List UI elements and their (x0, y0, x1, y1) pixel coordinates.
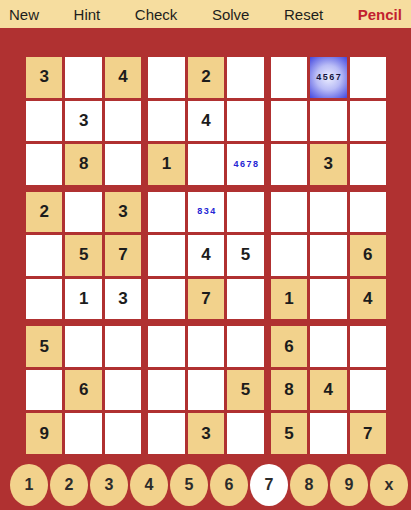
cell-r4c3[interactable] (148, 235, 184, 276)
cell-r8c2[interactable] (105, 413, 141, 454)
cell-r2c0[interactable] (26, 144, 62, 185)
cell-r1c5[interactable] (227, 101, 263, 142)
pencil-marks: 834 (197, 207, 217, 216)
cell-value: 5 (39, 337, 48, 357)
cell-r2c2[interactable] (105, 144, 141, 185)
cell-r0c8[interactable] (350, 57, 386, 98)
cell-r7c3[interactable] (148, 370, 184, 411)
menu-item-check[interactable]: Check (135, 6, 178, 23)
cell-value: 2 (201, 67, 210, 87)
erase-button[interactable]: x (370, 464, 408, 506)
cell-r6c3[interactable] (148, 326, 184, 367)
cell-r5c5[interactable] (227, 279, 263, 320)
cell-r1c2[interactable] (105, 101, 141, 142)
cell-value: 4 (201, 245, 210, 265)
cell-r3c2[interactable]: 3 (105, 192, 141, 233)
cell-r8c7[interactable] (310, 413, 346, 454)
cell-value: 3 (118, 202, 127, 222)
menu-bar: New Hint Check Solve Reset Pencil (0, 0, 411, 28)
cell-r3c5[interactable] (227, 192, 263, 233)
cell-r3c3[interactable] (148, 192, 184, 233)
menu-item-new[interactable]: New (9, 6, 39, 23)
cell-r4c4[interactable]: 4 (188, 235, 224, 276)
cell-value: 4 (363, 289, 372, 309)
number-button-2[interactable]: 2 (50, 464, 88, 506)
cell-r1c8[interactable] (350, 101, 386, 142)
cell-value: 3 (324, 154, 333, 174)
box-8: 68457 (271, 326, 386, 454)
cell-value: 6 (284, 337, 293, 357)
cell-r6c5[interactable] (227, 326, 263, 367)
cell-value: 7 (118, 245, 127, 265)
cell-r8c3[interactable] (148, 413, 184, 454)
cell-r6c0[interactable]: 5 (26, 326, 62, 367)
cell-r8c4[interactable]: 3 (188, 413, 224, 454)
box-2: 45673 (271, 57, 386, 185)
cell-r5c0[interactable] (26, 279, 62, 320)
cell-r2c1[interactable]: 8 (65, 144, 101, 185)
cell-r5c4[interactable]: 7 (188, 279, 224, 320)
cell-value: 5 (241, 380, 250, 400)
cell-r7c6[interactable]: 8 (271, 370, 307, 411)
cell-r4c7[interactable] (310, 235, 346, 276)
cell-value: 7 (201, 289, 210, 309)
cell-value: 4 (201, 111, 210, 131)
cell-value: 5 (241, 245, 250, 265)
cell-r1c1[interactable]: 3 (65, 101, 101, 142)
cell-value: 6 (363, 245, 372, 265)
cell-r4c0[interactable] (26, 235, 62, 276)
cell-r8c8[interactable]: 7 (350, 413, 386, 454)
cell-r3c4[interactable]: 834 (188, 192, 224, 233)
cell-value: 9 (39, 424, 48, 444)
menu-item-hint[interactable]: Hint (74, 6, 101, 23)
cell-r7c0[interactable] (26, 370, 62, 411)
cell-r8c0[interactable]: 9 (26, 413, 62, 454)
cell-r6c2[interactable] (105, 326, 141, 367)
menu-item-reset[interactable]: Reset (284, 6, 323, 23)
cell-r7c5[interactable]: 5 (227, 370, 263, 411)
number-button-4[interactable]: 4 (130, 464, 168, 506)
number-button-8[interactable]: 8 (290, 464, 328, 506)
cell-r0c4[interactable]: 2 (188, 57, 224, 98)
cell-r4c5[interactable]: 5 (227, 235, 263, 276)
cell-r6c4[interactable] (188, 326, 224, 367)
cell-r0c5[interactable] (227, 57, 263, 98)
cell-r4c8[interactable]: 6 (350, 235, 386, 276)
cell-r1c6[interactable] (271, 101, 307, 142)
number-button-3[interactable]: 3 (90, 464, 128, 506)
cell-r6c6[interactable]: 6 (271, 326, 307, 367)
cell-r1c0[interactable] (26, 101, 62, 142)
box-6: 569 (26, 326, 141, 454)
cell-r2c4[interactable] (188, 144, 224, 185)
cell-r4c2[interactable]: 7 (105, 235, 141, 276)
cell-value: 7 (363, 424, 372, 444)
number-button-1[interactable]: 1 (10, 464, 48, 506)
cell-r0c3[interactable] (148, 57, 184, 98)
cell-value: 3 (79, 111, 88, 131)
cell-r2c5[interactable]: 4678 (227, 144, 263, 185)
menu-item-solve[interactable]: Solve (212, 6, 250, 23)
box-7: 53 (148, 326, 263, 454)
cell-r2c7[interactable]: 3 (310, 144, 346, 185)
cell-r1c3[interactable] (148, 101, 184, 142)
cell-value: 3 (39, 67, 48, 87)
cell-r4c1[interactable]: 5 (65, 235, 101, 276)
box-0: 3438 (26, 57, 141, 185)
number-button-6[interactable]: 6 (210, 464, 248, 506)
menu-item-pencil[interactable]: Pencil (358, 6, 402, 23)
pencil-marks: 4567 (316, 73, 342, 82)
cell-r2c3[interactable]: 1 (148, 144, 184, 185)
cell-value: 4 (118, 67, 127, 87)
sudoku-board: 3438241467845673235713834457614569536845… (26, 57, 386, 454)
cell-r0c0[interactable]: 3 (26, 57, 62, 98)
cell-r4c6[interactable] (271, 235, 307, 276)
cell-r3c6[interactable] (271, 192, 307, 233)
cell-r7c7[interactable]: 4 (310, 370, 346, 411)
cell-r1c7[interactable] (310, 101, 346, 142)
number-pad: 123456789x (10, 464, 411, 506)
cell-value: 8 (284, 380, 293, 400)
cell-r5c1[interactable]: 1 (65, 279, 101, 320)
cell-value: 8 (79, 154, 88, 174)
box-4: 834457 (148, 192, 263, 320)
cell-r5c7[interactable] (310, 279, 346, 320)
number-button-5[interactable]: 5 (170, 464, 208, 506)
cell-value: 1 (79, 289, 88, 309)
cell-r5c3[interactable] (148, 279, 184, 320)
cell-r1c4[interactable]: 4 (188, 101, 224, 142)
box-1: 2414678 (148, 57, 263, 185)
number-button-9[interactable]: 9 (330, 464, 368, 506)
cell-value: 3 (201, 424, 210, 444)
cell-r2c6[interactable] (271, 144, 307, 185)
cell-value: 1 (284, 289, 293, 309)
cell-value: 5 (284, 424, 293, 444)
cell-r5c6[interactable]: 1 (271, 279, 307, 320)
cell-r8c5[interactable] (227, 413, 263, 454)
cell-value: 2 (39, 202, 48, 222)
box-5: 614 (271, 192, 386, 320)
cell-r0c7[interactable]: 4567 (310, 57, 346, 98)
cell-value: 1 (162, 154, 171, 174)
cell-r3c8[interactable] (350, 192, 386, 233)
cell-r7c1[interactable]: 6 (65, 370, 101, 411)
cell-r7c8[interactable] (350, 370, 386, 411)
cell-r6c1[interactable] (65, 326, 101, 367)
cell-r8c6[interactable]: 5 (271, 413, 307, 454)
cell-r0c6[interactable] (271, 57, 307, 98)
cell-r6c8[interactable] (350, 326, 386, 367)
cell-r0c2[interactable]: 4 (105, 57, 141, 98)
cell-r7c4[interactable] (188, 370, 224, 411)
cell-r5c8[interactable]: 4 (350, 279, 386, 320)
box-3: 235713 (26, 192, 141, 320)
cell-r3c0[interactable]: 2 (26, 192, 62, 233)
cell-r8c1[interactable] (65, 413, 101, 454)
cell-value: 5 (79, 245, 88, 265)
number-button-7[interactable]: 7 (250, 464, 288, 506)
pencil-marks: 4678 (233, 160, 259, 169)
cell-value: 4 (324, 380, 333, 400)
cell-value: 3 (118, 289, 127, 309)
cell-r2c8[interactable] (350, 144, 386, 185)
cell-r3c1[interactable] (65, 192, 101, 233)
cell-r6c7[interactable] (310, 326, 346, 367)
cell-r5c2[interactable]: 3 (105, 279, 141, 320)
cell-r0c1[interactable] (65, 57, 101, 98)
cell-r3c7[interactable] (310, 192, 346, 233)
cell-value: 6 (79, 380, 88, 400)
cell-r7c2[interactable] (105, 370, 141, 411)
